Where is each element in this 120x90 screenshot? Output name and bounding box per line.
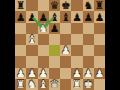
square-c2[interactable]: ♟ bbox=[38, 68, 49, 79]
square-a4[interactable] bbox=[15, 45, 26, 56]
black-pawn-icon: ♟ bbox=[95, 11, 105, 22]
square-d7[interactable]: ♝ bbox=[49, 11, 60, 22]
white-queen-icon: ♛ bbox=[50, 79, 60, 90]
white-knight-icon: ♞ bbox=[38, 23, 48, 34]
square-g3[interactable] bbox=[83, 56, 94, 67]
square-g1[interactable]: ♚ bbox=[83, 79, 94, 90]
square-h2[interactable]: ♟ bbox=[94, 68, 105, 79]
square-b3[interactable] bbox=[26, 56, 37, 67]
black-pawn-icon: ♟ bbox=[50, 23, 60, 34]
black-pawn-icon: ♟ bbox=[83, 11, 93, 22]
square-c3[interactable] bbox=[38, 56, 49, 67]
square-c6[interactable]: ♞ bbox=[38, 23, 49, 34]
letterbox-left bbox=[0, 0, 15, 90]
square-d8[interactable]: ♛ bbox=[49, 0, 60, 11]
square-a8[interactable]: ♜ bbox=[15, 0, 26, 11]
square-e8[interactable]: ♚ bbox=[60, 0, 71, 11]
black-pawn-icon: ♟ bbox=[27, 11, 37, 22]
square-e4[interactable]: ♟ bbox=[60, 45, 71, 56]
square-h6[interactable] bbox=[94, 23, 105, 34]
black-bishop-icon: ♝ bbox=[50, 11, 60, 22]
square-b6[interactable] bbox=[26, 23, 37, 34]
square-d5[interactable] bbox=[49, 34, 60, 45]
square-f2[interactable]: ♟ bbox=[71, 68, 82, 79]
square-c4[interactable] bbox=[38, 45, 49, 56]
square-d3[interactable] bbox=[49, 56, 60, 67]
square-f5[interactable] bbox=[71, 34, 82, 45]
white-bishop-icon: ♝ bbox=[27, 34, 37, 45]
white-pawn-icon: ♟ bbox=[27, 68, 37, 79]
square-h3[interactable] bbox=[94, 56, 105, 67]
square-a6[interactable] bbox=[15, 23, 26, 34]
square-e1[interactable] bbox=[60, 79, 71, 90]
square-b2[interactable]: ♟ bbox=[26, 68, 37, 79]
square-b4[interactable] bbox=[26, 45, 37, 56]
square-h5[interactable] bbox=[94, 34, 105, 45]
square-h4[interactable] bbox=[94, 45, 105, 56]
square-a1[interactable]: ♜ bbox=[15, 79, 26, 90]
square-e2[interactable] bbox=[60, 68, 71, 79]
square-g2[interactable]: ♟ bbox=[83, 68, 94, 79]
square-e5[interactable] bbox=[60, 34, 71, 45]
square-f1[interactable]: ♜ bbox=[71, 79, 82, 90]
white-rook-icon: ♜ bbox=[16, 79, 26, 90]
black-pawn-icon: ♟ bbox=[72, 11, 82, 22]
white-king-icon: ♚ bbox=[83, 79, 93, 90]
white-pawn-icon: ♟ bbox=[16, 68, 26, 79]
square-d4[interactable] bbox=[49, 45, 60, 56]
black-pawn-icon: ♟ bbox=[16, 11, 26, 22]
white-pawn-icon: ♟ bbox=[72, 68, 82, 79]
black-rook-icon: ♜ bbox=[16, 0, 26, 11]
square-f7[interactable]: ♟ bbox=[71, 11, 82, 22]
black-bishop-icon: ♝ bbox=[61, 11, 71, 22]
square-e6[interactable] bbox=[60, 23, 71, 34]
black-pawn-icon: ♟ bbox=[38, 11, 48, 22]
white-pawn-icon: ♟ bbox=[61, 45, 71, 56]
app-window: ♜♛♚♞♜♟♟♟♝♝♟♟♟♞♟♝♟♟♟♟♟♟♟♜♞♝♛♜♚ bbox=[0, 0, 120, 90]
square-h7[interactable]: ♟ bbox=[94, 11, 105, 22]
square-a5[interactable] bbox=[15, 34, 26, 45]
square-a2[interactable]: ♟ bbox=[15, 68, 26, 79]
square-h1[interactable] bbox=[94, 79, 105, 90]
white-pawn-icon: ♟ bbox=[38, 68, 48, 79]
square-f4[interactable] bbox=[71, 45, 82, 56]
chess-board: ♜♛♚♞♜♟♟♟♝♝♟♟♟♞♟♝♟♟♟♟♟♟♟♜♞♝♛♜♚ bbox=[15, 0, 105, 90]
square-e7[interactable]: ♝ bbox=[60, 11, 71, 22]
square-b5[interactable]: ♝ bbox=[26, 34, 37, 45]
black-knight-icon: ♞ bbox=[83, 0, 93, 11]
white-knight-icon: ♞ bbox=[27, 79, 37, 90]
square-f8[interactable] bbox=[71, 0, 82, 11]
white-pawn-icon: ♟ bbox=[95, 68, 105, 79]
square-e3[interactable] bbox=[60, 56, 71, 67]
square-g4[interactable] bbox=[83, 45, 94, 56]
black-queen-icon: ♛ bbox=[50, 0, 60, 11]
white-pawn-icon: ♟ bbox=[83, 68, 93, 79]
black-rook-icon: ♜ bbox=[95, 0, 105, 11]
square-f3[interactable] bbox=[71, 56, 82, 67]
square-h8[interactable]: ♜ bbox=[94, 0, 105, 11]
white-rook-icon: ♜ bbox=[72, 79, 82, 90]
square-b8[interactable] bbox=[26, 0, 37, 11]
square-c7[interactable]: ♟ bbox=[38, 11, 49, 22]
square-b7[interactable]: ♟ bbox=[26, 11, 37, 22]
square-a7[interactable]: ♟ bbox=[15, 11, 26, 22]
square-g7[interactable]: ♟ bbox=[83, 11, 94, 22]
square-c1[interactable]: ♝ bbox=[38, 79, 49, 90]
square-b1[interactable]: ♞ bbox=[26, 79, 37, 90]
square-d2[interactable] bbox=[49, 68, 60, 79]
square-g5[interactable] bbox=[83, 34, 94, 45]
square-f6[interactable] bbox=[71, 23, 82, 34]
square-a3[interactable] bbox=[15, 56, 26, 67]
square-c8[interactable] bbox=[38, 0, 49, 11]
square-c5[interactable] bbox=[38, 34, 49, 45]
letterbox-right bbox=[105, 0, 120, 90]
square-d1[interactable]: ♛ bbox=[49, 79, 60, 90]
black-king-icon: ♚ bbox=[61, 0, 71, 11]
square-d6[interactable]: ♟ bbox=[49, 23, 60, 34]
white-bishop-icon: ♝ bbox=[38, 79, 48, 90]
square-g6[interactable] bbox=[83, 23, 94, 34]
square-g8[interactable]: ♞ bbox=[83, 0, 94, 11]
